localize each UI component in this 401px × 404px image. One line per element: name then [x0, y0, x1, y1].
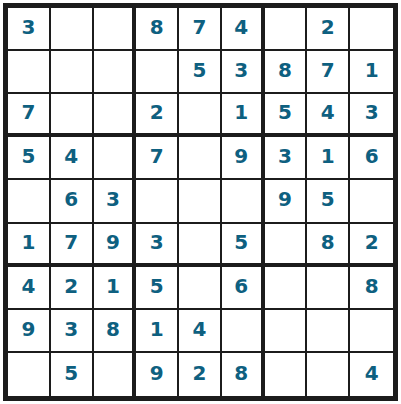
- cell-r6c3[interactable]: 9: [94, 224, 137, 267]
- cell-r7c2[interactable]: 2: [51, 267, 94, 310]
- cell-r4c2[interactable]: 4: [51, 137, 94, 180]
- cell-r3c7[interactable]: 5: [265, 94, 308, 137]
- cell-r8c8[interactable]: [307, 310, 350, 353]
- cell-r5c3[interactable]: 3: [94, 180, 137, 223]
- cell-r9c3[interactable]: [94, 353, 137, 396]
- cell-r5c6[interactable]: [222, 180, 265, 223]
- cell-r8c5[interactable]: 4: [179, 310, 222, 353]
- cell-r5c7[interactable]: 9: [265, 180, 308, 223]
- cell-r2c1[interactable]: [8, 51, 51, 94]
- cell-r9c5[interactable]: 2: [179, 353, 222, 396]
- cell-r3c4[interactable]: 2: [136, 94, 179, 137]
- cell-r2c8[interactable]: 7: [307, 51, 350, 94]
- cell-r7c8[interactable]: [307, 267, 350, 310]
- cell-r5c5[interactable]: [179, 180, 222, 223]
- cell-r3c8[interactable]: 4: [307, 94, 350, 137]
- cell-r5c9[interactable]: [350, 180, 393, 223]
- cell-r6c5[interactable]: [179, 224, 222, 267]
- cell-r4c1[interactable]: 5: [8, 137, 51, 180]
- cell-r5c4[interactable]: [136, 180, 179, 223]
- cell-r2c6[interactable]: 3: [222, 51, 265, 94]
- cell-r4c7[interactable]: 3: [265, 137, 308, 180]
- cell-r1c2[interactable]: [51, 8, 94, 51]
- cell-r3c2[interactable]: [51, 94, 94, 137]
- cell-r8c7[interactable]: [265, 310, 308, 353]
- cell-r6c7[interactable]: [265, 224, 308, 267]
- cell-r6c4[interactable]: 3: [136, 224, 179, 267]
- cell-r3c9[interactable]: 3: [350, 94, 393, 137]
- cell-r7c9[interactable]: 8: [350, 267, 393, 310]
- cell-r1c8[interactable]: 2: [307, 8, 350, 51]
- cell-r3c3[interactable]: [94, 94, 137, 137]
- cell-r4c5[interactable]: [179, 137, 222, 180]
- cell-r1c1[interactable]: 3: [8, 8, 51, 51]
- cell-r1c9[interactable]: [350, 8, 393, 51]
- cell-r8c9[interactable]: [350, 310, 393, 353]
- cell-r2c2[interactable]: [51, 51, 94, 94]
- cell-r7c7[interactable]: [265, 267, 308, 310]
- cell-r6c8[interactable]: 8: [307, 224, 350, 267]
- cell-r5c2[interactable]: 6: [51, 180, 94, 223]
- cell-r9c4[interactable]: 9: [136, 353, 179, 396]
- cell-r6c9[interactable]: 2: [350, 224, 393, 267]
- cell-r2c5[interactable]: 5: [179, 51, 222, 94]
- cell-r4c6[interactable]: 9: [222, 137, 265, 180]
- cell-r8c3[interactable]: 8: [94, 310, 137, 353]
- cell-r1c7[interactable]: [265, 8, 308, 51]
- cell-r2c9[interactable]: 1: [350, 51, 393, 94]
- cell-r4c8[interactable]: 1: [307, 137, 350, 180]
- cell-r7c1[interactable]: 4: [8, 267, 51, 310]
- cell-r3c6[interactable]: 1: [222, 94, 265, 137]
- cell-r9c9[interactable]: 4: [350, 353, 393, 396]
- cell-r9c2[interactable]: 5: [51, 353, 94, 396]
- cell-r8c6[interactable]: [222, 310, 265, 353]
- cell-r8c2[interactable]: 3: [51, 310, 94, 353]
- cell-r7c5[interactable]: [179, 267, 222, 310]
- cell-r9c8[interactable]: [307, 353, 350, 396]
- sudoku-board: 3874253871721543547931663951793582421568…: [3, 3, 398, 401]
- cell-r1c4[interactable]: 8: [136, 8, 179, 51]
- cell-r4c4[interactable]: 7: [136, 137, 179, 180]
- cell-r1c5[interactable]: 7: [179, 8, 222, 51]
- cell-r7c4[interactable]: 5: [136, 267, 179, 310]
- cell-r2c7[interactable]: 8: [265, 51, 308, 94]
- cell-r4c9[interactable]: 6: [350, 137, 393, 180]
- cell-r4c3[interactable]: [94, 137, 137, 180]
- cell-r2c4[interactable]: [136, 51, 179, 94]
- cell-r9c6[interactable]: 8: [222, 353, 265, 396]
- cell-r7c3[interactable]: 1: [94, 267, 137, 310]
- cell-r8c1[interactable]: 9: [8, 310, 51, 353]
- cell-r6c1[interactable]: 1: [8, 224, 51, 267]
- cell-r6c2[interactable]: 7: [51, 224, 94, 267]
- cell-r9c1[interactable]: [8, 353, 51, 396]
- cell-r3c1[interactable]: 7: [8, 94, 51, 137]
- cell-r7c6[interactable]: 6: [222, 267, 265, 310]
- cell-r3c5[interactable]: [179, 94, 222, 137]
- cell-r8c4[interactable]: 1: [136, 310, 179, 353]
- cell-r1c3[interactable]: [94, 8, 137, 51]
- cell-r1c6[interactable]: 4: [222, 8, 265, 51]
- cell-r5c8[interactable]: 5: [307, 180, 350, 223]
- cell-r2c3[interactable]: [94, 51, 137, 94]
- cell-r6c6[interactable]: 5: [222, 224, 265, 267]
- cell-r9c7[interactable]: [265, 353, 308, 396]
- cell-r5c1[interactable]: [8, 180, 51, 223]
